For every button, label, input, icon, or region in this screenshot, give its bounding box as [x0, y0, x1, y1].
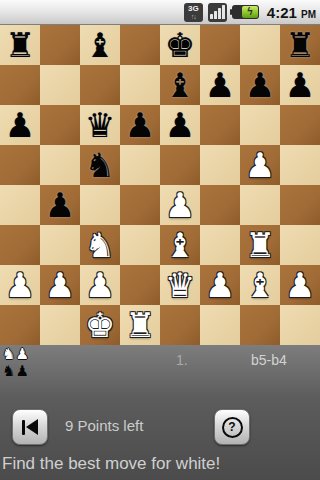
square-d3[interactable] [120, 225, 160, 265]
square-e5[interactable] [160, 145, 200, 185]
piece-white-knight: ♞ [85, 225, 115, 265]
piece-white-queen: ♛ [165, 265, 195, 305]
square-b3[interactable] [40, 225, 80, 265]
captured-black-knight: ♞ [2, 363, 15, 380]
square-f7[interactable]: ♟ [200, 65, 240, 105]
square-h1[interactable] [280, 305, 320, 345]
question-mark-icon: ? [222, 417, 243, 438]
square-c7[interactable] [80, 65, 120, 105]
square-f3[interactable] [200, 225, 240, 265]
piece-black-rook: ♜ [285, 25, 315, 65]
piece-black-pawn: ♟ [245, 65, 275, 105]
piece-black-rook: ♜ [5, 25, 35, 65]
piece-white-rook: ♜ [245, 225, 275, 265]
piece-white-pawn: ♟ [245, 145, 275, 185]
square-e4[interactable]: ♟ [160, 185, 200, 225]
square-f2[interactable]: ♟ [200, 265, 240, 305]
skip-to-start-icon [22, 419, 38, 435]
square-e6[interactable]: ♟ [160, 105, 200, 145]
square-a4[interactable] [0, 185, 40, 225]
square-d2[interactable] [120, 265, 160, 305]
piece-black-bishop: ♝ [165, 65, 195, 105]
signal-strength-icon [208, 3, 227, 22]
square-c5[interactable]: ♞ [80, 145, 120, 185]
square-a3[interactable] [0, 225, 40, 265]
captured-pieces-tray: ♞♟ ♞♟ [2, 346, 29, 380]
piece-black-knight: ♞ [85, 145, 115, 185]
puzzle-prompt: Find the best move for white! [2, 454, 220, 474]
piece-white-pawn: ♟ [205, 265, 235, 305]
captured-black-pieces: ♞♟ [2, 363, 29, 380]
piece-white-pawn: ♟ [45, 265, 75, 305]
points-left-label: 9 Points left [65, 417, 143, 434]
piece-black-pawn: ♟ [285, 65, 315, 105]
piece-black-queen: ♛ [85, 105, 115, 145]
piece-black-pawn: ♟ [5, 105, 35, 145]
square-e1[interactable] [160, 305, 200, 345]
square-d4[interactable] [120, 185, 160, 225]
piece-white-pawn: ♟ [5, 265, 35, 305]
help-button[interactable]: ? [214, 409, 250, 445]
piece-black-pawn: ♟ [125, 105, 155, 145]
piece-black-pawn: ♟ [205, 65, 235, 105]
square-f6[interactable] [200, 105, 240, 145]
square-d8[interactable] [120, 25, 160, 65]
square-d5[interactable] [120, 145, 160, 185]
square-h5[interactable] [280, 145, 320, 185]
captured-black-pawn: ♟ [15, 363, 28, 380]
square-g1[interactable] [240, 305, 280, 345]
square-f4[interactable] [200, 185, 240, 225]
info-panel: ♞♟ ♞♟ 1. b5-b4 9 Points left ? Find the … [0, 345, 320, 480]
piece-white-king: ♚ [85, 305, 115, 345]
app-screen: 3G ↑↓ ϟ 4:21 PM ♜♝♚♜♝♟♟♟♟♛♟♟♞♟♟♟♞♝♜♟♟♟♛♟… [0, 0, 320, 480]
square-h7[interactable]: ♟ [280, 65, 320, 105]
last-move: b5-b4 [251, 352, 287, 368]
square-d1[interactable]: ♜ [120, 305, 160, 345]
square-f8[interactable] [200, 25, 240, 65]
piece-white-bishop: ♝ [165, 225, 195, 265]
square-g3[interactable]: ♜ [240, 225, 280, 265]
square-c6[interactable]: ♛ [80, 105, 120, 145]
square-f5[interactable] [200, 145, 240, 185]
square-e8[interactable]: ♚ [160, 25, 200, 65]
clock-time: 4:21 PM [267, 4, 316, 21]
square-g5[interactable]: ♟ [240, 145, 280, 185]
square-b6[interactable] [40, 105, 80, 145]
square-a1[interactable] [0, 305, 40, 345]
square-b1[interactable] [40, 305, 80, 345]
network-3g-icon: 3G ↑↓ [184, 3, 203, 22]
square-c2[interactable]: ♟ [80, 265, 120, 305]
square-b8[interactable] [40, 25, 80, 65]
piece-white-bishop: ♝ [245, 265, 275, 305]
skip-to-start-button[interactable] [12, 409, 48, 445]
piece-black-pawn: ♟ [165, 105, 195, 145]
square-g6[interactable] [240, 105, 280, 145]
square-c4[interactable] [80, 185, 120, 225]
square-b4[interactable]: ♟ [40, 185, 80, 225]
captured-white-pawn: ♟ [15, 346, 28, 363]
square-a7[interactable] [0, 65, 40, 105]
square-e7[interactable]: ♝ [160, 65, 200, 105]
square-g7[interactable]: ♟ [240, 65, 280, 105]
square-d7[interactable] [120, 65, 160, 105]
status-bar: 3G ↑↓ ϟ 4:21 PM [0, 0, 320, 25]
network-3g-label: 3G [188, 5, 199, 13]
network-arrows-icon: ↑↓ [191, 13, 196, 20]
square-a8[interactable]: ♜ [0, 25, 40, 65]
square-h8[interactable]: ♜ [280, 25, 320, 65]
square-a5[interactable] [0, 145, 40, 185]
square-g8[interactable] [240, 25, 280, 65]
square-h6[interactable] [280, 105, 320, 145]
square-b2[interactable]: ♟ [40, 265, 80, 305]
square-f1[interactable] [200, 305, 240, 345]
piece-white-rook: ♜ [125, 305, 155, 345]
square-c8[interactable]: ♝ [80, 25, 120, 65]
piece-black-pawn: ♟ [45, 185, 75, 225]
move-number: 1. [176, 352, 188, 368]
square-h4[interactable] [280, 185, 320, 225]
piece-white-pawn: ♟ [165, 185, 195, 225]
battery-charging-icon: ϟ [232, 5, 259, 19]
piece-white-pawn: ♟ [85, 265, 115, 305]
captured-white-pieces: ♞♟ [2, 346, 29, 363]
chess-board: ♜♝♚♜♝♟♟♟♟♛♟♟♞♟♟♟♞♝♜♟♟♟♛♟♝♟♚♜ [0, 25, 320, 345]
square-e2[interactable]: ♛ [160, 265, 200, 305]
lightning-bolt-icon: ϟ [247, 7, 252, 17]
square-c3[interactable]: ♞ [80, 225, 120, 265]
piece-black-bishop: ♝ [85, 25, 115, 65]
square-g4[interactable] [240, 185, 280, 225]
square-e3[interactable]: ♝ [160, 225, 200, 265]
square-b7[interactable] [40, 65, 80, 105]
square-a6[interactable]: ♟ [0, 105, 40, 145]
square-b5[interactable] [40, 145, 80, 185]
square-a2[interactable]: ♟ [0, 265, 40, 305]
square-c1[interactable]: ♚ [80, 305, 120, 345]
piece-white-pawn: ♟ [285, 265, 315, 305]
square-h3[interactable] [280, 225, 320, 265]
captured-white-knight: ♞ [2, 346, 15, 363]
square-g2[interactable]: ♝ [240, 265, 280, 305]
square-h2[interactable]: ♟ [280, 265, 320, 305]
piece-black-king: ♚ [165, 25, 195, 65]
square-d6[interactable]: ♟ [120, 105, 160, 145]
